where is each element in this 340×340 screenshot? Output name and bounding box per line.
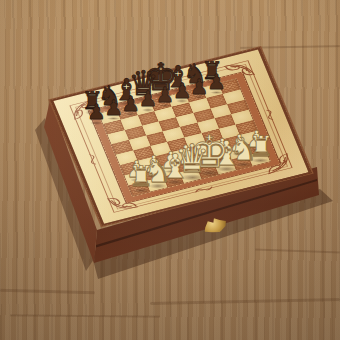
piece-black-pawn[interactable]: ♟	[81, 102, 113, 123]
piece-white-rook[interactable]: ♜	[120, 163, 162, 191]
scene: ♜♞♝♛♚♝♞♜♟♟♟♟♟♟♟♟♟♟♟♟♟♟♟♟♜♞♝♛♚♝♞♜	[0, 0, 340, 340]
